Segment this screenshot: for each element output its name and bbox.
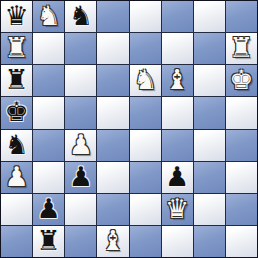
square-h3[interactable] [226, 162, 257, 193]
square-a7[interactable]: ♜ [1, 33, 32, 64]
square-c5[interactable] [65, 97, 96, 128]
square-d5[interactable] [97, 97, 128, 128]
square-e8[interactable] [130, 1, 161, 32]
black-rook-piece: ♜ [4, 66, 28, 93]
square-f7[interactable] [162, 33, 193, 64]
square-e2[interactable] [130, 194, 161, 225]
black-rook-piece: ♜ [37, 227, 61, 254]
white-knight-piece: ♞ [37, 2, 61, 29]
square-g2[interactable] [194, 194, 225, 225]
square-e7[interactable] [130, 33, 161, 64]
white-king-piece: ♚ [229, 66, 253, 93]
square-d7[interactable] [97, 33, 128, 64]
square-c4[interactable]: ♟ [65, 130, 96, 161]
black-knight-piece: ♞ [4, 131, 28, 158]
square-a4[interactable]: ♞ [1, 130, 32, 161]
square-g1[interactable] [194, 226, 225, 257]
square-g4[interactable] [194, 130, 225, 161]
square-h4[interactable] [226, 130, 257, 161]
square-e1[interactable] [130, 226, 161, 257]
square-a1[interactable] [1, 226, 32, 257]
square-d4[interactable] [97, 130, 128, 161]
white-bishop-piece: ♝ [165, 66, 189, 93]
square-f8[interactable] [162, 1, 193, 32]
square-d6[interactable] [97, 65, 128, 96]
square-g5[interactable] [194, 97, 225, 128]
square-h6[interactable]: ♚ [226, 65, 257, 96]
white-knight-piece: ♞ [133, 66, 157, 93]
square-b4[interactable] [33, 130, 64, 161]
square-h7[interactable]: ♜ [226, 33, 257, 64]
square-a5[interactable]: ♚ [1, 97, 32, 128]
square-h5[interactable] [226, 97, 257, 128]
square-c3[interactable]: ♟ [65, 162, 96, 193]
square-d3[interactable] [97, 162, 128, 193]
square-f4[interactable] [162, 130, 193, 161]
white-queen-piece: ♛ [165, 195, 189, 222]
square-h8[interactable] [226, 1, 257, 32]
square-b7[interactable] [33, 33, 64, 64]
black-queen-piece: ♛ [4, 2, 28, 29]
square-c8[interactable]: ♞ [65, 1, 96, 32]
square-g7[interactable] [194, 33, 225, 64]
square-b5[interactable] [33, 97, 64, 128]
square-f2[interactable]: ♛ [162, 194, 193, 225]
chess-board: ♛♞♞♜♜♜♞♝♚♚♞♟♟♟♟♟♛♜♝ [0, 0, 258, 258]
square-d2[interactable] [97, 194, 128, 225]
black-pawn-piece: ♟ [69, 163, 93, 190]
white-pawn-piece: ♟ [69, 131, 93, 158]
square-e5[interactable] [130, 97, 161, 128]
square-c6[interactable] [65, 65, 96, 96]
square-g8[interactable] [194, 1, 225, 32]
square-b2[interactable]: ♟ [33, 194, 64, 225]
square-c7[interactable] [65, 33, 96, 64]
white-bishop-piece: ♝ [101, 227, 125, 254]
square-a3[interactable]: ♟ [1, 162, 32, 193]
chessboard-screenshot: ♛♞♞♜♜♜♞♝♚♚♞♟♟♟♟♟♛♜♝ [0, 0, 258, 258]
square-a2[interactable] [1, 194, 32, 225]
square-h2[interactable] [226, 194, 257, 225]
square-e4[interactable] [130, 130, 161, 161]
square-g6[interactable] [194, 65, 225, 96]
square-f5[interactable] [162, 97, 193, 128]
square-e3[interactable] [130, 162, 161, 193]
white-pawn-piece: ♟ [4, 163, 28, 190]
square-c2[interactable] [65, 194, 96, 225]
black-pawn-piece: ♟ [165, 163, 189, 190]
square-f3[interactable]: ♟ [162, 162, 193, 193]
square-a6[interactable]: ♜ [1, 65, 32, 96]
square-f6[interactable]: ♝ [162, 65, 193, 96]
square-d8[interactable] [97, 1, 128, 32]
square-h1[interactable] [226, 226, 257, 257]
square-c1[interactable] [65, 226, 96, 257]
white-rook-piece: ♜ [229, 34, 253, 61]
square-b8[interactable]: ♞ [33, 1, 64, 32]
square-e6[interactable]: ♞ [130, 65, 161, 96]
black-knight-piece: ♞ [69, 2, 93, 29]
square-f1[interactable] [162, 226, 193, 257]
square-b3[interactable] [33, 162, 64, 193]
square-g3[interactable] [194, 162, 225, 193]
square-a8[interactable]: ♛ [1, 1, 32, 32]
square-b1[interactable]: ♜ [33, 226, 64, 257]
black-pawn-piece: ♟ [37, 195, 61, 222]
white-rook-piece: ♜ [4, 34, 28, 61]
black-king-piece: ♚ [4, 98, 28, 125]
square-b6[interactable] [33, 65, 64, 96]
square-d1[interactable]: ♝ [97, 226, 128, 257]
